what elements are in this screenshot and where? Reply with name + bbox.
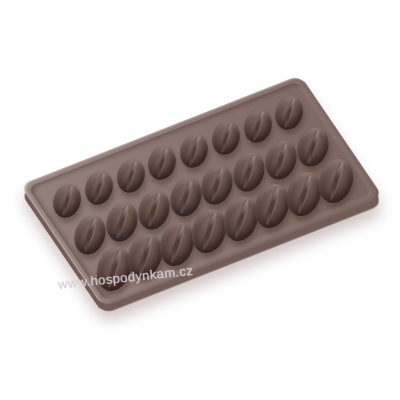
coffee-bean-bump bbox=[240, 105, 276, 146]
coffee-bean-bump bbox=[144, 143, 180, 184]
coffee-bean-bump bbox=[113, 155, 149, 196]
coffee-bean-bump bbox=[176, 130, 212, 171]
coffee-bean-bump bbox=[271, 93, 307, 134]
bean-grid bbox=[0, 0, 400, 400]
coffee-bean-bump bbox=[208, 118, 244, 159]
product-photo: www.hospodynkam.cz bbox=[0, 0, 400, 400]
coffee-bean-bump bbox=[49, 180, 85, 221]
coffee-bean-bump bbox=[81, 168, 117, 209]
